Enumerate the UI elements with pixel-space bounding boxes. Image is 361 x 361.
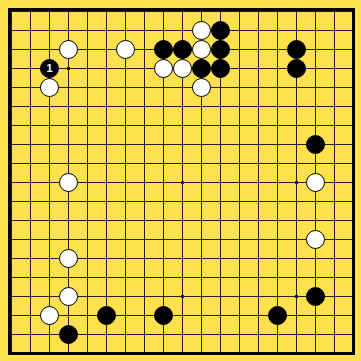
stone-white-R10[interactable]	[306, 173, 325, 192]
stone-black-R4[interactable]	[306, 287, 325, 306]
stone-white-C15[interactable]	[40, 78, 59, 97]
stone-black-M16[interactable]	[211, 59, 230, 78]
stone-white-D17[interactable]	[59, 40, 78, 59]
stone-white-D10[interactable]	[59, 173, 78, 192]
stone-white-J16[interactable]	[154, 59, 173, 78]
stone-black-Q16[interactable]	[287, 59, 306, 78]
stone-white-D6[interactable]	[59, 249, 78, 268]
stone-white-K16[interactable]	[173, 59, 192, 78]
stone-black-K17[interactable]	[173, 40, 192, 59]
stone-black-F3[interactable]	[97, 306, 116, 325]
stone-black-M17[interactable]	[211, 40, 230, 59]
stone-white-D4[interactable]	[59, 287, 78, 306]
stone-black-L16[interactable]	[192, 59, 211, 78]
stone-black-D2[interactable]	[59, 325, 78, 344]
stone-white-C3[interactable]	[40, 306, 59, 325]
stone-black-J3[interactable]	[154, 306, 173, 325]
stone-white-L15[interactable]	[192, 78, 211, 97]
stone-black-J17[interactable]	[154, 40, 173, 59]
stones-layer: 1	[2, 2, 361, 361]
stone-black-R12[interactable]	[306, 135, 325, 154]
stone-white-L18[interactable]	[192, 21, 211, 40]
stone-black-P3[interactable]	[268, 306, 287, 325]
stone-black-C16[interactable]: 1	[40, 59, 59, 78]
go-board[interactable]: 1	[0, 0, 361, 361]
move-number-label: 1	[46, 63, 52, 74]
stone-white-L17[interactable]	[192, 40, 211, 59]
stone-black-M18[interactable]	[211, 21, 230, 40]
stone-white-R7[interactable]	[306, 230, 325, 249]
stone-white-G17[interactable]	[116, 40, 135, 59]
stone-black-Q17[interactable]	[287, 40, 306, 59]
